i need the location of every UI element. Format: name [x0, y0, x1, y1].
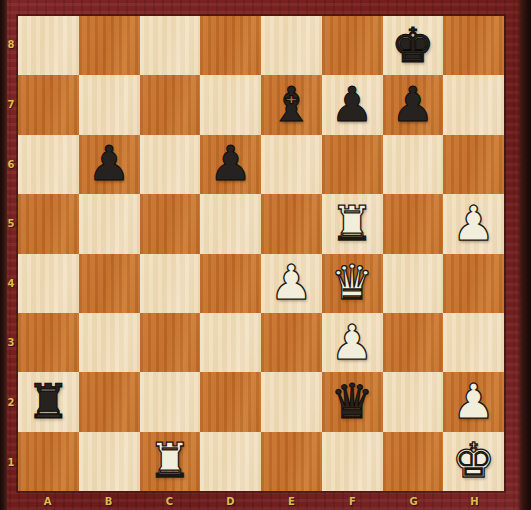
square-g2[interactable]: [383, 372, 444, 431]
square-c2[interactable]: [140, 372, 201, 431]
chess-board[interactable]: ♚♝♟♟♟♟♜♟♟♛♟♜♛♟♜♚: [17, 15, 505, 492]
square-f1[interactable]: [322, 432, 383, 491]
piece-black-bishop[interactable]: ♝: [270, 80, 313, 128]
square-h4[interactable]: [443, 254, 504, 313]
square-d7[interactable]: [200, 75, 261, 134]
square-d3[interactable]: [200, 313, 261, 372]
file-label-d: D: [200, 492, 261, 510]
square-a6[interactable]: [18, 135, 79, 194]
piece-black-king[interactable]: ♚: [391, 21, 434, 69]
square-a2[interactable]: ♜: [18, 372, 79, 431]
piece-black-pawn[interactable]: ♟: [331, 80, 374, 128]
square-g8[interactable]: ♚: [383, 16, 444, 75]
rank-label-5: 5: [0, 194, 17, 254]
square-f5[interactable]: ♜: [322, 194, 383, 253]
square-h8[interactable]: [443, 16, 504, 75]
square-e1[interactable]: [261, 432, 322, 491]
square-c8[interactable]: [140, 16, 201, 75]
square-a1[interactable]: [18, 432, 79, 491]
square-d4[interactable]: [200, 254, 261, 313]
square-c1[interactable]: ♜: [140, 432, 201, 491]
file-label-b: B: [78, 492, 139, 510]
square-e5[interactable]: [261, 194, 322, 253]
square-d5[interactable]: [200, 194, 261, 253]
piece-white-pawn[interactable]: ♟: [452, 377, 495, 425]
piece-white-queen[interactable]: ♛: [331, 258, 374, 306]
square-b6[interactable]: ♟: [79, 135, 140, 194]
square-a7[interactable]: [18, 75, 79, 134]
square-f3[interactable]: ♟: [322, 313, 383, 372]
rank-label-6: 6: [0, 134, 17, 194]
piece-white-rook[interactable]: ♜: [331, 199, 374, 247]
piece-white-pawn[interactable]: ♟: [452, 199, 495, 247]
piece-white-rook[interactable]: ♜: [148, 436, 191, 484]
square-c6[interactable]: [140, 135, 201, 194]
square-b4[interactable]: [79, 254, 140, 313]
file-label-h: H: [444, 492, 505, 510]
rank-label-3: 3: [0, 313, 17, 373]
square-e8[interactable]: [261, 16, 322, 75]
square-e6[interactable]: [261, 135, 322, 194]
piece-black-pawn[interactable]: ♟: [88, 139, 131, 187]
square-h7[interactable]: [443, 75, 504, 134]
square-g7[interactable]: ♟: [383, 75, 444, 134]
square-g5[interactable]: [383, 194, 444, 253]
square-b3[interactable]: [79, 313, 140, 372]
rank-label-8: 8: [0, 15, 17, 75]
square-e7[interactable]: ♝: [261, 75, 322, 134]
square-f8[interactable]: [322, 16, 383, 75]
square-h3[interactable]: [443, 313, 504, 372]
square-b2[interactable]: [79, 372, 140, 431]
square-g6[interactable]: [383, 135, 444, 194]
square-a4[interactable]: [18, 254, 79, 313]
chess-app-window: 87654321 ♚♝♟♟♟♟♜♟♟♛♟♜♛♟♜♚ ABCDEFGH: [0, 0, 531, 510]
square-g4[interactable]: [383, 254, 444, 313]
square-f7[interactable]: ♟: [322, 75, 383, 134]
square-b1[interactable]: [79, 432, 140, 491]
square-e2[interactable]: [261, 372, 322, 431]
rank-label-4: 4: [0, 254, 17, 314]
piece-white-pawn[interactable]: ♟: [331, 318, 374, 366]
square-h6[interactable]: [443, 135, 504, 194]
rank-label-7: 7: [0, 75, 17, 135]
file-coordinate-labels: ABCDEFGH: [17, 492, 505, 510]
file-label-g: G: [383, 492, 444, 510]
square-b8[interactable]: [79, 16, 140, 75]
piece-black-pawn[interactable]: ♟: [391, 80, 434, 128]
square-a5[interactable]: [18, 194, 79, 253]
square-f6[interactable]: [322, 135, 383, 194]
rank-label-1: 1: [0, 432, 17, 492]
square-d1[interactable]: [200, 432, 261, 491]
square-f4[interactable]: ♛: [322, 254, 383, 313]
square-d8[interactable]: [200, 16, 261, 75]
square-d6[interactable]: ♟: [200, 135, 261, 194]
piece-black-queen[interactable]: ♛: [331, 377, 374, 425]
square-c7[interactable]: [140, 75, 201, 134]
file-label-f: F: [322, 492, 383, 510]
square-h2[interactable]: ♟: [443, 372, 504, 431]
file-label-c: C: [139, 492, 200, 510]
square-f2[interactable]: ♛: [322, 372, 383, 431]
square-e4[interactable]: ♟: [261, 254, 322, 313]
square-a3[interactable]: [18, 313, 79, 372]
square-g3[interactable]: [383, 313, 444, 372]
square-e3[interactable]: [261, 313, 322, 372]
piece-black-rook[interactable]: ♜: [27, 377, 70, 425]
piece-black-pawn[interactable]: ♟: [209, 139, 252, 187]
piece-white-king[interactable]: ♚: [452, 436, 495, 484]
square-a8[interactable]: [18, 16, 79, 75]
square-g1[interactable]: [383, 432, 444, 491]
rank-coordinate-labels: 87654321: [0, 15, 17, 492]
frame-right-dark-edge: [517, 0, 531, 510]
file-label-a: A: [17, 492, 78, 510]
piece-white-pawn[interactable]: ♟: [270, 258, 313, 306]
file-label-e: E: [261, 492, 322, 510]
square-h1[interactable]: ♚: [443, 432, 504, 491]
square-d2[interactable]: [200, 372, 261, 431]
square-h5[interactable]: ♟: [443, 194, 504, 253]
rank-label-2: 2: [0, 373, 17, 433]
square-b7[interactable]: [79, 75, 140, 134]
square-c4[interactable]: [140, 254, 201, 313]
square-c5[interactable]: [140, 194, 201, 253]
square-b5[interactable]: [79, 194, 140, 253]
square-c3[interactable]: [140, 313, 201, 372]
